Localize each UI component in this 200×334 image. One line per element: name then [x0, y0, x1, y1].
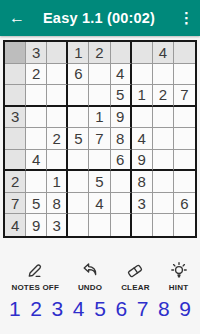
sudoku-board: 31242645127319257844692158758436493: [3, 40, 197, 238]
board-cell[interactable]: [68, 107, 89, 129]
notes-toggle-label: NOTES OFF: [11, 283, 59, 292]
board-cell[interactable]: 3: [5, 107, 26, 129]
board-cell[interactable]: [132, 214, 153, 236]
board-cell[interactable]: 3: [26, 42, 47, 64]
pencil-icon: [25, 260, 45, 280]
board-cell[interactable]: [153, 193, 174, 215]
board-cell[interactable]: [153, 150, 174, 172]
board-cell[interactable]: [153, 214, 174, 236]
board-cell[interactable]: 7: [174, 85, 195, 107]
board-cell[interactable]: [68, 214, 89, 236]
board-cell[interactable]: [174, 64, 195, 86]
sudoku-app-screen: ← Easy 1.1 (00:02) ⋮ 3124264512731925784…: [0, 0, 200, 334]
clear-label: CLEAR: [121, 283, 150, 292]
board-cell[interactable]: 5: [68, 128, 89, 150]
board-cell[interactable]: 4: [5, 214, 26, 236]
board-cell[interactable]: [5, 128, 26, 150]
board-cell[interactable]: [26, 85, 47, 107]
board-cell[interactable]: 6: [174, 193, 195, 215]
board-cell[interactable]: 5: [26, 193, 47, 215]
board-cell[interactable]: [47, 42, 68, 64]
board-cell[interactable]: 1: [68, 42, 89, 64]
clear-button[interactable]: CLEAR: [121, 260, 150, 292]
board-cell[interactable]: [47, 150, 68, 172]
board-cell[interactable]: 9: [132, 150, 153, 172]
eraser-icon: [125, 260, 145, 280]
board-cell[interactable]: [174, 214, 195, 236]
board-cell[interactable]: [132, 42, 153, 64]
board-cell[interactable]: [47, 64, 68, 86]
page-title: Easy 1.1 (00:02): [43, 10, 179, 26]
board-cell[interactable]: 4: [132, 128, 153, 150]
board-cell[interactable]: [111, 214, 132, 236]
board-cell[interactable]: 8: [47, 193, 68, 215]
board-cell[interactable]: 1: [47, 171, 68, 193]
board-cell[interactable]: [174, 42, 195, 64]
board-cell[interactable]: 3: [132, 193, 153, 215]
board-cell[interactable]: [111, 193, 132, 215]
board-cell[interactable]: [26, 107, 47, 129]
board-cell[interactable]: 5: [89, 171, 110, 193]
board-cell[interactable]: [153, 64, 174, 86]
board-cell[interactable]: 2: [89, 42, 110, 64]
board-cell[interactable]: [26, 171, 47, 193]
undo-label: UNDO: [78, 283, 102, 292]
board-cell[interactable]: 4: [26, 150, 47, 172]
app-bar: ← Easy 1.1 (00:02) ⋮: [0, 0, 200, 36]
lightbulb-icon: [169, 260, 189, 280]
board-cell[interactable]: [26, 128, 47, 150]
board-cell[interactable]: 7: [5, 193, 26, 215]
board-cell[interactable]: 4: [111, 64, 132, 86]
board-cell[interactable]: 2: [47, 128, 68, 150]
board-cell[interactable]: 9: [26, 214, 47, 236]
board-cell[interactable]: [174, 150, 195, 172]
board-cell[interactable]: 2: [26, 64, 47, 86]
board-cell[interactable]: [132, 64, 153, 86]
board-cell[interactable]: [132, 107, 153, 129]
board-cell[interactable]: [89, 85, 110, 107]
numpad-digit-5[interactable]: 5: [94, 298, 106, 319]
board-cell[interactable]: [47, 85, 68, 107]
board-cell[interactable]: 6: [111, 150, 132, 172]
board-cell[interactable]: [68, 171, 89, 193]
board-cell[interactable]: 4: [89, 193, 110, 215]
numpad-digit-3[interactable]: 3: [52, 298, 64, 319]
undo-icon: [80, 260, 100, 280]
board-cell[interactable]: [5, 64, 26, 86]
numpad-digit-2[interactable]: 2: [30, 298, 42, 319]
numpad-digit-1[interactable]: 1: [9, 298, 21, 319]
notes-toggle-button[interactable]: NOTES OFF: [11, 260, 59, 292]
board-cell[interactable]: 6: [68, 64, 89, 86]
board-cell[interactable]: [5, 85, 26, 107]
numpad-digit-4[interactable]: 4: [73, 298, 85, 319]
board-cell[interactable]: [111, 171, 132, 193]
board-cell[interactable]: [89, 64, 110, 86]
board-cell[interactable]: 8: [111, 128, 132, 150]
board-cell[interactable]: [174, 107, 195, 129]
board-cell[interactable]: 5: [111, 85, 132, 107]
board-cell[interactable]: [68, 150, 89, 172]
board-cell[interactable]: 1: [132, 85, 153, 107]
numpad-digit-9[interactable]: 9: [179, 298, 191, 319]
board-cell[interactable]: 2: [153, 85, 174, 107]
board-cell[interactable]: 8: [132, 171, 153, 193]
board-cell[interactable]: [153, 171, 174, 193]
board-cell[interactable]: [47, 107, 68, 129]
action-toolbar: NOTES OFF UNDO CLEAR HINT: [0, 260, 200, 292]
board-cell[interactable]: [5, 150, 26, 172]
board-cell[interactable]: 3: [47, 214, 68, 236]
hint-button[interactable]: HINT: [169, 260, 189, 292]
board-cell[interactable]: [174, 171, 195, 193]
board-cell[interactable]: [68, 193, 89, 215]
back-arrow-icon[interactable]: ←: [9, 9, 31, 27]
numpad-digit-8[interactable]: 8: [158, 298, 170, 319]
board-cell[interactable]: [5, 42, 26, 64]
board-cell[interactable]: 1: [89, 107, 110, 129]
board-cell[interactable]: [174, 128, 195, 150]
board-cell[interactable]: [111, 42, 132, 64]
number-pad: 123456789: [0, 298, 200, 319]
board-cell[interactable]: 9: [111, 107, 132, 129]
board-cell[interactable]: [153, 107, 174, 129]
board-cell[interactable]: [89, 150, 110, 172]
board-cell[interactable]: 4: [153, 42, 174, 64]
board-cell[interactable]: 2: [5, 171, 26, 193]
overflow-menu-icon[interactable]: ⋮: [179, 9, 191, 27]
numpad-digit-7[interactable]: 7: [137, 298, 149, 319]
hint-label: HINT: [169, 283, 188, 292]
board-cell[interactable]: [68, 85, 89, 107]
board-cell[interactable]: [153, 128, 174, 150]
undo-button[interactable]: UNDO: [78, 260, 102, 292]
board-cell[interactable]: 7: [89, 128, 110, 150]
numpad-digit-6[interactable]: 6: [115, 298, 127, 319]
board-cell[interactable]: [89, 214, 110, 236]
